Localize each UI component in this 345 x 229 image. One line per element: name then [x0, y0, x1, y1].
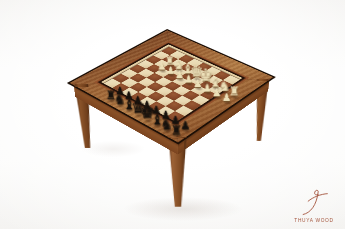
brand-watermark: THUYA WOOD	[289, 187, 339, 223]
piece-glyph: ♜	[166, 124, 188, 137]
chess-table-top: ♜♞♝♛♚♝♞♜♟♟♟♟♟♟♟♟♟♟♟♟♟♟♟♟♜♞♝♛♚♝♞♜	[67, 29, 276, 144]
photo-canvas: ♜♞♝♛♚♝♞♜♟♟♟♟♟♟♟♟♟♟♟♟♟♟♟♟♜♞♝♛♚♝♞♜ THUYA W…	[0, 0, 345, 229]
brand-name: THUYA WOOD	[289, 218, 339, 223]
signature-flourish-icon	[297, 187, 331, 217]
